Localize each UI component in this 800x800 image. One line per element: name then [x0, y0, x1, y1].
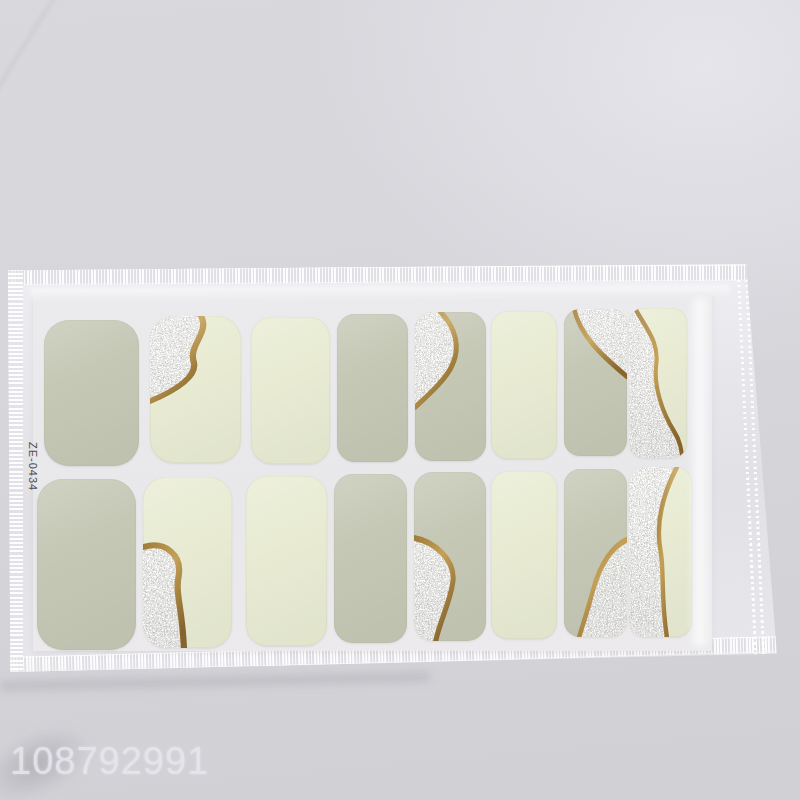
- nail-design-art: [629, 308, 687, 458]
- nail-design-art: [564, 469, 627, 637]
- nail-design-art: [150, 316, 241, 463]
- nail-sticker-r2c1: [37, 479, 136, 650]
- nail-sticker-r1c5: [415, 312, 486, 461]
- backdrop-crease: [0, 0, 58, 93]
- nail-sticker-r1c3: [251, 317, 330, 464]
- nail-sticker-r2c5: [414, 472, 486, 641]
- nail-sticker-r2c4: [334, 474, 407, 643]
- nail-sticker-r1c1: [44, 320, 139, 466]
- nail-sticker-r1c8: [629, 308, 687, 458]
- nail-sticker-r2c2: [143, 477, 232, 648]
- nail-design-art: [415, 312, 486, 461]
- nail-design-art: [414, 472, 486, 641]
- nail-sticker-r2c6: [491, 471, 557, 639]
- nail-sticker-r2c8: [629, 467, 692, 637]
- nail-sticker-r1c2: [150, 316, 241, 463]
- watermark-number: 108792991: [10, 740, 209, 783]
- bag-left-seam: [8, 270, 23, 670]
- nail-design-art: [143, 477, 232, 648]
- bag-glare-highlight: [688, 298, 714, 646]
- nail-design-art: [629, 467, 692, 637]
- nail-sticker-r1c7: [564, 309, 627, 456]
- bag-shadow: [0, 672, 430, 690]
- nail-design-art: [564, 309, 627, 456]
- nail-sticker-r2c7: [564, 469, 627, 637]
- bag-serrated-top-edge: [8, 264, 750, 285]
- nail-sticker-r1c4: [337, 314, 408, 462]
- photo-backdrop: ZE-0434 108792991: [0, 0, 800, 800]
- nail-sticker-r1c6: [491, 311, 557, 459]
- nail-sticker-r2c3: [246, 476, 327, 646]
- product-code-label: ZE-0434: [27, 442, 39, 491]
